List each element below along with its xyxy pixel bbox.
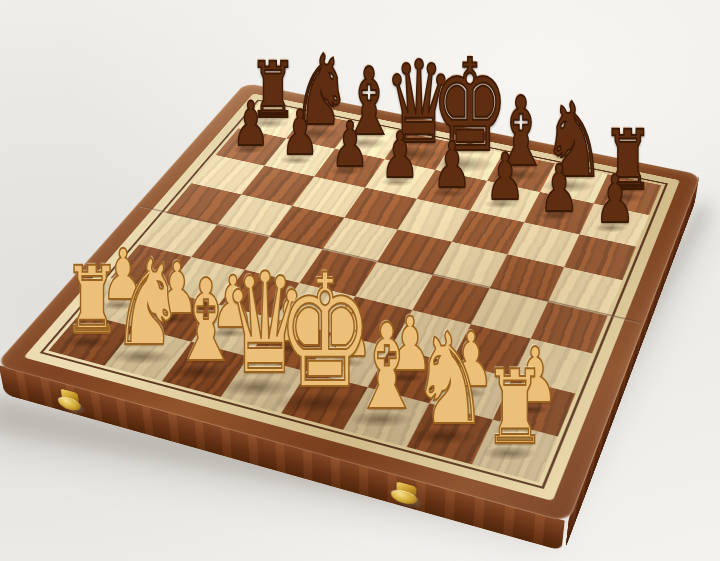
square-g3: [451, 324, 531, 378]
square-c2: [191, 305, 275, 357]
square-b3: [164, 257, 245, 305]
square-h2: [493, 378, 576, 437]
square-h4: [531, 302, 608, 354]
square-h3: [512, 339, 592, 394]
square-e4: [355, 262, 432, 310]
square-h1: [472, 420, 558, 483]
square-a1: [48, 313, 135, 366]
square-e2: [307, 333, 390, 387]
photo-backdrop: ♜♞♝♛♚♝♞♜♟♟♟♟♟♟♟♟♟♟♟♟♟♟♟♟♜♞♝♛♚♝♞♜: [0, 0, 720, 561]
square-e1: [281, 372, 367, 430]
square-c3: [219, 270, 300, 319]
square-b2: [135, 291, 219, 342]
square-b1: [105, 327, 192, 381]
square-g1: [407, 403, 493, 464]
square-e3: [332, 296, 412, 347]
square-f2: [368, 348, 451, 404]
square-f1: [343, 387, 429, 447]
square-c1: [162, 342, 249, 397]
square-g2: [430, 363, 513, 420]
square-a2: [81, 278, 165, 327]
square-d1: [221, 357, 308, 414]
square-d2: [249, 319, 332, 372]
square-f3: [391, 310, 471, 362]
square-d3: [275, 283, 355, 333]
square-f4: [412, 275, 489, 324]
square-g4: [471, 288, 548, 338]
